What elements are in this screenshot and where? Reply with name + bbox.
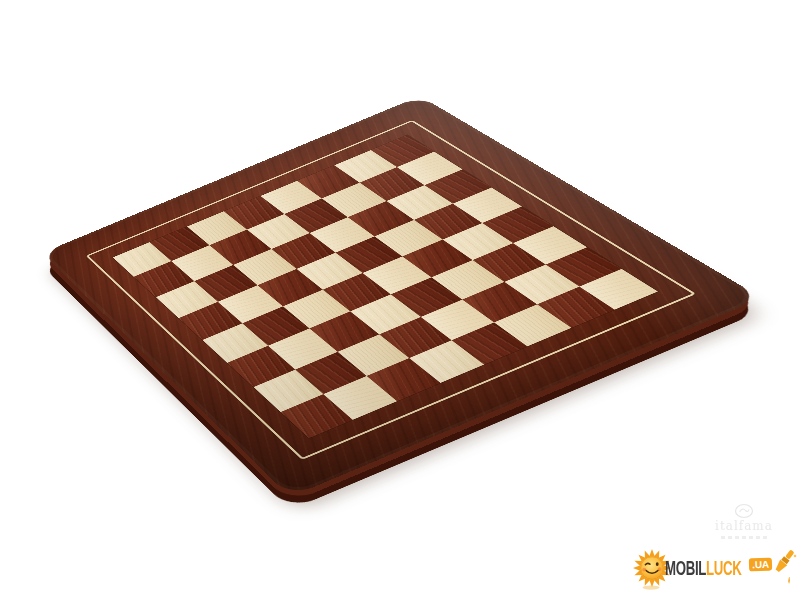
mobilluck-watermark: MOBILLUCK .UA: [631, 548, 800, 594]
italfama-watermark: italfama: [712, 503, 776, 539]
mobil-text: MOBIL: [665, 556, 706, 579]
chessboard: [42, 96, 762, 497]
luck-text: LUCK: [706, 556, 741, 579]
mobilluck-wordmark: MOBILLUCK: [665, 556, 742, 580]
italfama-microtext: [721, 536, 767, 539]
paint-brush-icon: [769, 548, 799, 588]
crest-emblem-icon: [734, 503, 754, 519]
board-grid: [113, 135, 658, 438]
product-photo-scene: italfama: [0, 0, 800, 598]
italfama-text: italfama: [712, 519, 776, 533]
